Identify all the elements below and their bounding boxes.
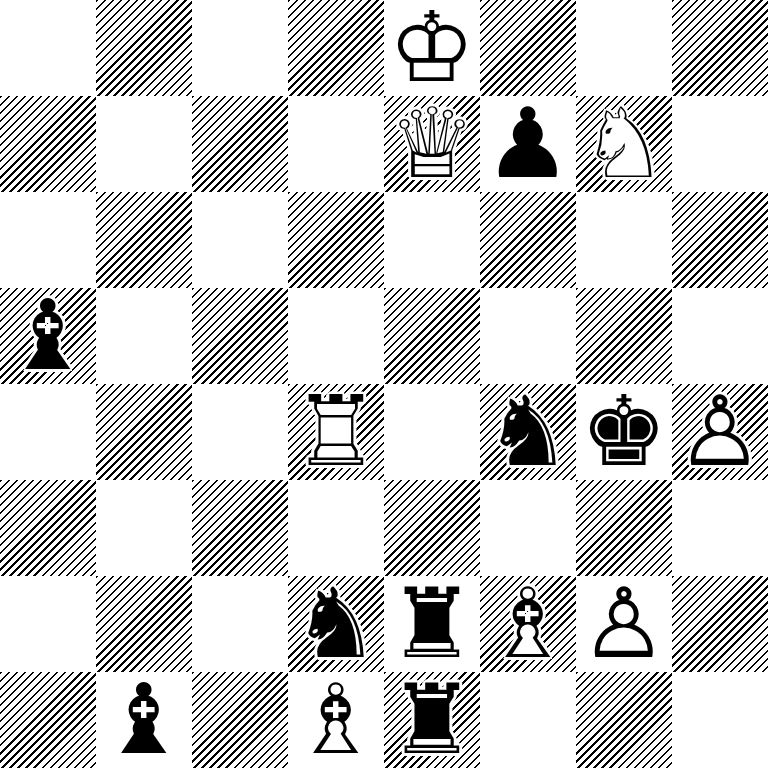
piece-glyph: ♚: [576, 384, 672, 480]
square-b7[interactable]: [96, 96, 192, 192]
square-d4[interactable]: ♜♖: [288, 384, 384, 480]
square-f7[interactable]: ♟♟: [480, 96, 576, 192]
square-f8[interactable]: [480, 0, 576, 96]
square-a5[interactable]: ♝♝: [0, 288, 96, 384]
square-b8[interactable]: [96, 0, 192, 96]
piece-glyph: ♙: [576, 576, 672, 672]
square-c4[interactable]: [192, 384, 288, 480]
square-e6[interactable]: [384, 192, 480, 288]
square-e3[interactable]: [384, 480, 480, 576]
white-knight: ♞♘: [576, 96, 672, 192]
square-g8[interactable]: [576, 0, 672, 96]
white-rook: ♜♖: [288, 384, 384, 480]
square-c7[interactable]: [192, 96, 288, 192]
square-h4[interactable]: ♟♙: [672, 384, 768, 480]
piece-glyph: ♖: [288, 384, 384, 480]
square-a8[interactable]: [0, 0, 96, 96]
square-b2[interactable]: [96, 576, 192, 672]
square-e1[interactable]: ♜♜: [384, 672, 480, 768]
square-f3[interactable]: [480, 480, 576, 576]
square-f2[interactable]: ♝♗: [480, 576, 576, 672]
square-e4[interactable]: [384, 384, 480, 480]
square-a3[interactable]: [0, 480, 96, 576]
square-g3[interactable]: [576, 480, 672, 576]
white-pawn: ♟♙: [672, 384, 768, 480]
black-knight: ♞♞: [288, 576, 384, 672]
square-h5[interactable]: [672, 288, 768, 384]
square-e7[interactable]: ♛♕: [384, 96, 480, 192]
white-pawn: ♟♙: [576, 576, 672, 672]
square-h1[interactable]: [672, 672, 768, 768]
square-e2[interactable]: ♜♜: [384, 576, 480, 672]
square-a6[interactable]: [0, 192, 96, 288]
square-h2[interactable]: [672, 576, 768, 672]
square-g6[interactable]: [576, 192, 672, 288]
square-g7[interactable]: ♞♘: [576, 96, 672, 192]
square-d6[interactable]: [288, 192, 384, 288]
white-king: ♚♔: [384, 0, 480, 96]
square-a2[interactable]: [0, 576, 96, 672]
square-h8[interactable]: [672, 0, 768, 96]
piece-glyph: ♞: [480, 384, 576, 480]
square-f5[interactable]: [480, 288, 576, 384]
square-c5[interactable]: [192, 288, 288, 384]
square-d8[interactable]: [288, 0, 384, 96]
square-c2[interactable]: [192, 576, 288, 672]
square-h7[interactable]: [672, 96, 768, 192]
square-g1[interactable]: [576, 672, 672, 768]
square-f4[interactable]: ♞♞: [480, 384, 576, 480]
square-d3[interactable]: [288, 480, 384, 576]
square-d5[interactable]: [288, 288, 384, 384]
square-b5[interactable]: [96, 288, 192, 384]
piece-glyph: ♔: [384, 0, 480, 96]
square-b6[interactable]: [96, 192, 192, 288]
black-bishop: ♝♝: [96, 672, 192, 768]
white-bishop: ♝♗: [480, 576, 576, 672]
square-g2[interactable]: ♟♙: [576, 576, 672, 672]
white-queen: ♛♕: [384, 96, 480, 192]
square-a4[interactable]: [0, 384, 96, 480]
square-b3[interactable]: [96, 480, 192, 576]
piece-glyph: ♗: [288, 672, 384, 768]
piece-glyph: ♗: [480, 576, 576, 672]
piece-glyph: ♘: [576, 96, 672, 192]
square-h6[interactable]: [672, 192, 768, 288]
piece-glyph: ♕: [384, 96, 480, 192]
square-d2[interactable]: ♞♞: [288, 576, 384, 672]
square-f1[interactable]: [480, 672, 576, 768]
black-rook: ♜♜: [384, 576, 480, 672]
square-c8[interactable]: [192, 0, 288, 96]
piece-glyph: ♝: [96, 672, 192, 768]
square-d1[interactable]: ♝♗: [288, 672, 384, 768]
black-rook: ♜♜: [384, 672, 480, 768]
piece-glyph: ♟: [480, 96, 576, 192]
square-a1[interactable]: [0, 672, 96, 768]
black-bishop: ♝♝: [0, 288, 96, 384]
square-c1[interactable]: [192, 672, 288, 768]
square-e8[interactable]: ♚♔: [384, 0, 480, 96]
square-a7[interactable]: [0, 96, 96, 192]
square-c6[interactable]: [192, 192, 288, 288]
chess-board: ♚♔♛♕♟♟♞♘♝♝♜♖♞♞♚♚♟♙♞♞♜♜♝♗♟♙♝♝♝♗♜♜: [0, 0, 768, 768]
piece-glyph: ♙: [672, 384, 768, 480]
square-e5[interactable]: [384, 288, 480, 384]
piece-glyph: ♞: [288, 576, 384, 672]
square-g5[interactable]: [576, 288, 672, 384]
square-b1[interactable]: ♝♝: [96, 672, 192, 768]
piece-glyph: ♜: [384, 672, 480, 768]
square-c3[interactable]: [192, 480, 288, 576]
square-d7[interactable]: [288, 96, 384, 192]
black-pawn: ♟♟: [480, 96, 576, 192]
piece-glyph: ♜: [384, 576, 480, 672]
square-b4[interactable]: [96, 384, 192, 480]
white-bishop: ♝♗: [288, 672, 384, 768]
square-f6[interactable]: [480, 192, 576, 288]
piece-glyph: ♝: [0, 288, 96, 384]
square-h3[interactable]: [672, 480, 768, 576]
black-king: ♚♚: [576, 384, 672, 480]
black-knight: ♞♞: [480, 384, 576, 480]
square-g4[interactable]: ♚♚: [576, 384, 672, 480]
